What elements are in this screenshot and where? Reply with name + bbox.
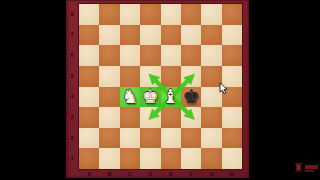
- square-f5[interactable]: [181, 66, 201, 87]
- square-f4[interactable]: ♚: [181, 87, 201, 108]
- square-c2[interactable]: [120, 128, 140, 149]
- logo-rook-icon: ♜: [293, 162, 304, 175]
- square-e7[interactable]: [161, 25, 181, 46]
- square-d5[interactable]: [140, 66, 160, 87]
- file-label-g: G: [201, 170, 221, 178]
- square-c4[interactable]: ♞: [120, 87, 140, 108]
- square-h2[interactable]: [222, 128, 242, 149]
- square-d7[interactable]: [140, 25, 160, 46]
- square-e6[interactable]: [161, 45, 181, 66]
- rank-label-5: 5: [66, 73, 78, 80]
- logo-text-line1: [305, 165, 318, 169]
- square-h1[interactable]: [222, 148, 242, 169]
- square-c7[interactable]: [120, 25, 140, 46]
- square-d4[interactable]: ♚: [140, 87, 160, 108]
- square-b8[interactable]: [99, 4, 119, 25]
- square-a1[interactable]: [79, 148, 99, 169]
- square-a4[interactable]: [79, 87, 99, 108]
- file-label-e: E: [161, 170, 181, 178]
- square-b6[interactable]: [99, 45, 119, 66]
- square-e3[interactable]: [161, 107, 181, 128]
- rank-label-7: 7: [66, 31, 78, 38]
- square-e5[interactable]: [161, 66, 181, 87]
- piece-black-king[interactable]: ♚: [183, 87, 200, 106]
- square-g8[interactable]: [201, 4, 221, 25]
- square-g3[interactable]: [201, 107, 221, 128]
- square-c1[interactable]: [120, 148, 140, 169]
- rank-label-8: 8: [66, 11, 78, 18]
- square-h6[interactable]: [222, 45, 242, 66]
- square-h8[interactable]: [222, 4, 242, 25]
- square-b1[interactable]: [99, 148, 119, 169]
- square-e2[interactable]: [161, 128, 181, 149]
- file-label-d: D: [140, 170, 160, 178]
- square-c5[interactable]: [120, 66, 140, 87]
- rank-label-3: 3: [66, 114, 78, 121]
- square-a8[interactable]: [79, 4, 99, 25]
- rank-label-1: 1: [66, 155, 78, 162]
- square-e4[interactable]: ♝: [161, 87, 181, 108]
- square-h7[interactable]: [222, 25, 242, 46]
- square-g6[interactable]: [201, 45, 221, 66]
- square-c3[interactable]: [120, 107, 140, 128]
- square-f3[interactable]: [181, 107, 201, 128]
- square-d3[interactable]: [140, 107, 160, 128]
- square-a2[interactable]: [79, 128, 99, 149]
- piece-white-king[interactable]: ♚: [142, 87, 159, 106]
- mouse-cursor-icon: [219, 81, 228, 99]
- square-f7[interactable]: [181, 25, 201, 46]
- square-d2[interactable]: [140, 128, 160, 149]
- square-b4[interactable]: [99, 87, 119, 108]
- square-g7[interactable]: [201, 25, 221, 46]
- square-a3[interactable]: [79, 107, 99, 128]
- piece-white-knight[interactable]: ♞: [121, 87, 138, 106]
- square-b2[interactable]: [99, 128, 119, 149]
- file-label-b: B: [99, 170, 119, 178]
- rank-label-2: 2: [66, 135, 78, 142]
- square-h3[interactable]: [222, 107, 242, 128]
- file-label-c: C: [120, 170, 140, 178]
- square-g2[interactable]: [201, 128, 221, 149]
- file-label-h: H: [222, 170, 242, 178]
- square-b3[interactable]: [99, 107, 119, 128]
- file-label-f: F: [181, 170, 201, 178]
- logo-text-line2: [305, 170, 314, 172]
- square-b5[interactable]: [99, 66, 119, 87]
- rank-label-6: 6: [66, 52, 78, 59]
- square-f1[interactable]: [181, 148, 201, 169]
- square-a7[interactable]: [79, 25, 99, 46]
- square-b7[interactable]: [99, 25, 119, 46]
- square-c8[interactable]: [120, 4, 140, 25]
- square-a6[interactable]: [79, 45, 99, 66]
- piece-white-bishop[interactable]: ♝: [162, 87, 179, 106]
- square-f6[interactable]: [181, 45, 201, 66]
- file-label-a: A: [79, 170, 99, 178]
- square-d1[interactable]: [140, 148, 160, 169]
- square-f8[interactable]: [181, 4, 201, 25]
- watermark-logo: ♜: [293, 161, 319, 176]
- square-a5[interactable]: [79, 66, 99, 87]
- square-d6[interactable]: [140, 45, 160, 66]
- square-d8[interactable]: [140, 4, 160, 25]
- square-g1[interactable]: [201, 148, 221, 169]
- square-e1[interactable]: [161, 148, 181, 169]
- square-c6[interactable]: [120, 45, 140, 66]
- square-e8[interactable]: [161, 4, 181, 25]
- board-grid: ♞♚♝♚: [79, 4, 242, 169]
- rank-label-4: 4: [66, 93, 78, 100]
- square-f2[interactable]: [181, 128, 201, 149]
- logo-text: [305, 165, 318, 172]
